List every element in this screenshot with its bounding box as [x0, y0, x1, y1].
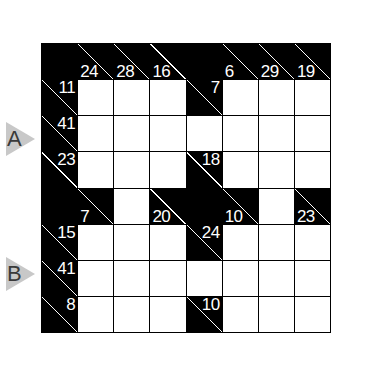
row-marker-b: B: [5, 256, 41, 292]
entry-cell-r7-c3[interactable]: [114, 261, 149, 296]
entry-cell-r8-c2[interactable]: [78, 297, 113, 332]
marker-a-label: A: [7, 126, 22, 152]
across-clue: 7: [211, 80, 220, 96]
entry-cell-r2-c6[interactable]: [223, 80, 258, 115]
entry-cell-r7-c2[interactable]: [78, 261, 113, 296]
entry-cell-r7-c5[interactable]: [187, 261, 222, 296]
clue-cell-r1-c3: 28: [114, 44, 149, 79]
entry-cell-r4-c4[interactable]: [150, 152, 185, 187]
entry-cell-r8-c6[interactable]: [223, 297, 258, 332]
clue-cell-r5-c6: 10: [223, 189, 258, 224]
entry-cell-r5-c7[interactable]: [259, 189, 294, 224]
down-clue: 23: [297, 209, 315, 225]
across-clue: 24: [202, 225, 220, 241]
down-clue: 16: [152, 64, 170, 80]
clue-cell-r4-c5: 18: [187, 152, 222, 187]
clue-cell-r2-c1: 11: [42, 80, 77, 115]
entry-cell-r8-c3[interactable]: [114, 297, 149, 332]
entry-cell-r6-c6[interactable]: [223, 225, 258, 260]
entry-cell-r2-c8[interactable]: [295, 80, 330, 115]
clue-cell-r5-c8: 23: [295, 189, 330, 224]
clue-cell-r5-c2: 7: [78, 189, 113, 224]
black-cell-r5-c1: [42, 189, 77, 224]
black-cell-r1-c1: [42, 44, 77, 79]
down-clue: 6: [225, 64, 234, 80]
clue-cell-r2-c5: 7: [187, 80, 222, 115]
clue-cell-r1-c7: 29: [259, 44, 294, 79]
clue-cell-r8-c5: 10: [187, 297, 222, 332]
across-clue: 18: [202, 152, 220, 168]
clue-cell-r1-c4: 16: [150, 44, 185, 79]
entry-cell-r3-c7[interactable]: [259, 116, 294, 151]
entry-cell-r5-c3[interactable]: [114, 189, 149, 224]
entry-cell-r8-c4[interactable]: [150, 297, 185, 332]
entry-cell-r3-c2[interactable]: [78, 116, 113, 151]
across-clue: 41: [57, 261, 75, 277]
clue-cell-r4-c1: 23: [42, 152, 77, 187]
entry-cell-r4-c6[interactable]: [223, 152, 258, 187]
entry-cell-r8-c7[interactable]: [259, 297, 294, 332]
down-clue: 7: [80, 209, 89, 225]
across-clue: 15: [57, 225, 75, 241]
clue-cell-r1-c6: 6: [223, 44, 258, 79]
entry-cell-r2-c2[interactable]: [78, 80, 113, 115]
clue-cell-r8-c1: 8: [42, 297, 77, 332]
entry-cell-r6-c2[interactable]: [78, 225, 113, 260]
entry-cell-r2-c3[interactable]: [114, 80, 149, 115]
down-clue: 29: [261, 64, 279, 80]
marker-b-label: B: [7, 261, 22, 287]
across-clue: 10: [202, 297, 220, 313]
entry-cell-r3-c4[interactable]: [150, 116, 185, 151]
entry-cell-r7-c8[interactable]: [295, 261, 330, 296]
entry-cell-r6-c7[interactable]: [259, 225, 294, 260]
entry-cell-r2-c4[interactable]: [150, 80, 185, 115]
entry-cell-r3-c5[interactable]: [187, 116, 222, 151]
clue-cell-r6-c5: 24: [187, 225, 222, 260]
black-cell-r1-c5: [187, 44, 222, 79]
entry-cell-r3-c3[interactable]: [114, 116, 149, 151]
clue-cell-r1-c2: 24: [78, 44, 113, 79]
entry-cell-r6-c4[interactable]: [150, 225, 185, 260]
across-clue: 41: [57, 116, 75, 132]
across-clue: 23: [57, 152, 75, 168]
entry-cell-r7-c7[interactable]: [259, 261, 294, 296]
black-cell-r5-c5: [187, 189, 222, 224]
clue-cell-r7-c1: 41: [42, 261, 77, 296]
entry-cell-r8-c8[interactable]: [295, 297, 330, 332]
clue-cell-r1-c8: 19: [295, 44, 330, 79]
entry-cell-r6-c8[interactable]: [295, 225, 330, 260]
row-marker-a: A: [5, 121, 41, 157]
down-clue: 28: [116, 64, 134, 80]
across-clue: 11: [58, 80, 75, 96]
clue-cell-r6-c1: 15: [42, 225, 77, 260]
down-clue: 19: [297, 64, 315, 80]
entry-cell-r4-c8[interactable]: [295, 152, 330, 187]
clue-cell-r5-c4: 20: [150, 189, 185, 224]
entry-cell-r4-c7[interactable]: [259, 152, 294, 187]
clue-cell-r3-c1: 41: [42, 116, 77, 151]
entry-cell-r7-c4[interactable]: [150, 261, 185, 296]
down-clue: 10: [225, 209, 243, 225]
entry-cell-r6-c3[interactable]: [114, 225, 149, 260]
entry-cell-r3-c6[interactable]: [223, 116, 258, 151]
entry-cell-r2-c7[interactable]: [259, 80, 294, 115]
entry-cell-r4-c3[interactable]: [114, 152, 149, 187]
kakuro-board: 242816629191174123187201023152441810: [41, 43, 331, 333]
entry-cell-r7-c6[interactable]: [223, 261, 258, 296]
down-clue: 20: [152, 209, 170, 225]
across-clue: 8: [66, 297, 75, 313]
entry-cell-r4-c2[interactable]: [78, 152, 113, 187]
down-clue: 24: [80, 64, 98, 80]
entry-cell-r3-c8[interactable]: [295, 116, 330, 151]
